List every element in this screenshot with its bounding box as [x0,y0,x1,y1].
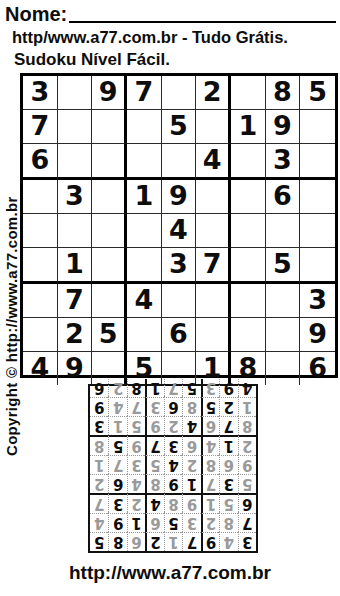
solution-cell: 2 [90,474,108,493]
solution-cell: 2 [238,435,256,455]
solution-cell: 2 [145,532,163,551]
solution-cell: 3 [127,455,145,474]
puzzle-cell: 3 [162,248,197,284]
copyright-vertical-text: Copyright © http://www.a77.com.br [3,196,20,456]
solution-cell: 2 [201,513,219,532]
puzzle-cell [92,144,127,180]
solution-cell: 3 [201,379,219,397]
solution-cell: 5 [164,513,182,532]
puzzle-grid: 39728575196433196413757432569495186 [20,73,338,378]
solution-cell: 7 [201,474,219,493]
puzzle-cell [92,214,127,248]
solution-cell: 4 [182,416,200,435]
solution-cell: 6 [182,435,200,455]
solution-cell: 7 [90,493,108,513]
solution-cell: 6 [164,397,182,416]
solution-cell: 6 [127,532,145,551]
solution-cell: 4 [108,397,126,416]
solution-cell: 3 [182,513,200,532]
solution-cell: 9 [145,416,163,435]
puzzle-cell: 7 [127,76,162,110]
solution-cell: 6 [145,513,163,532]
puzzle-cell [300,180,335,214]
solution-cell: 4 [201,435,219,455]
solution-cell: 5 [127,416,145,435]
page-header: Nome: http/www.a77.com.br - Tudo Grátis.… [0,0,340,70]
puzzle-cell: 9 [58,352,93,385]
puzzle-cell [196,318,231,352]
puzzle-cell [23,284,58,318]
puzzle-cell: 6 [300,352,335,385]
puzzle-cell [162,284,197,318]
solution-cell: 6 [219,455,237,474]
solution-cell: 6 [90,379,108,397]
puzzle-cell [231,214,266,248]
site-title: http/www.a77.com.br - Tudo Grátis. [12,28,336,47]
puzzle-cell: 4 [127,284,162,318]
puzzle-cell [300,144,335,180]
puzzle-cell: 3 [266,144,301,180]
solution-cell: 8 [108,532,126,551]
solution-cell: 8 [219,513,237,532]
solution-cell: 7 [127,397,145,416]
solution-cell: 8 [201,455,219,474]
puzzle-cell: 9 [266,110,301,144]
solution-cell: 9 [108,513,126,532]
puzzle-cell [300,214,335,248]
solution-cell: 9 [127,435,145,455]
solution-cell: 7 [108,455,126,474]
solution-cell: 9 [164,474,182,493]
puzzle-cell: 1 [127,180,162,214]
puzzle-cell [58,110,93,144]
puzzle-cell: 5 [92,318,127,352]
puzzle-cell [300,110,335,144]
puzzle-cell: 6 [162,318,197,352]
solution-cell: 1 [201,493,219,513]
puzzle-cell [231,76,266,110]
solution-cell: 9 [90,397,108,416]
puzzle-cell [162,76,197,110]
solution-cell: 3 [145,397,163,416]
solution-cell: 1 [127,513,145,532]
solution-cell: 1 [219,435,237,455]
puzzle-cell: 5 [300,76,335,110]
puzzle-cell [266,352,301,385]
puzzle-cell: 3 [300,284,335,318]
puzzle-cell [127,248,162,284]
puzzle-cell [23,318,58,352]
puzzle-cell [92,110,127,144]
puzzle-cell [58,76,93,110]
puzzle-cell [127,318,162,352]
puzzle-cell [58,214,93,248]
puzzle-cell: 7 [196,248,231,284]
solution-cell: 5 [201,397,219,416]
puzzle-cell [58,144,93,180]
puzzle-cell [300,248,335,284]
solution-cell: 9 [219,379,237,397]
sudoku-worksheet-page: { "game": "sudoku", "position": "3.97.2.… [0,0,340,596]
solution-cell: 1 [182,474,200,493]
puzzle-cell [231,318,266,352]
puzzle-cell [127,110,162,144]
solution-cell: 3 [164,435,182,455]
puzzle-cell: 1 [58,248,93,284]
solution-cell: 8 [238,416,256,435]
solution-cell: 4 [127,474,145,493]
solution-cell: 8 [127,379,145,397]
footer-url: http://www.a77.com.br [0,562,340,584]
puzzle-cell: 8 [266,76,301,110]
solution-cell: 1 [145,379,163,397]
puzzle-cell: 5 [266,248,301,284]
puzzle-cell: 1 [231,110,266,144]
solution-cell: 8 [164,493,182,513]
puzzle-cell [231,248,266,284]
solution-cell: 5 [145,455,163,474]
puzzle-cell [23,248,58,284]
solution-cell: 4 [219,532,237,551]
puzzle-cell: 6 [266,180,301,214]
puzzle-cell [266,318,301,352]
solution-cell: 4 [164,455,182,474]
solution-cell: 9 [182,493,200,513]
solution-cell: 4 [145,493,163,513]
puzzle-cell [266,214,301,248]
puzzle-cell: 4 [196,144,231,180]
puzzle-cell [127,214,162,248]
solution-cell: 6 [201,416,219,435]
puzzle-cell [196,284,231,318]
puzzle-cell [92,180,127,214]
solution-cell: 5 [219,493,237,513]
solution-cell: 5 [238,474,256,493]
solution-cell: 2 [182,455,200,474]
solution-cell: 4 [238,379,256,397]
puzzle-cell: 6 [23,144,58,180]
puzzle-cell [231,144,266,180]
solution-cell: 5 [108,435,126,455]
solution-cell: 4 [90,513,108,532]
solution-cell: 2 [127,493,145,513]
puzzle-cell: 7 [23,110,58,144]
puzzle-cell: 3 [58,180,93,214]
solution-cell: 7 [219,416,237,435]
solution-cell: 8 [90,435,108,455]
solution-cell: 2 [219,397,237,416]
puzzle-cell [266,284,301,318]
puzzle-cell: 2 [58,318,93,352]
puzzle-cell: 4 [23,352,58,385]
puzzle-cell: 5 [162,110,197,144]
puzzle-cell [196,180,231,214]
solution-cell: 6 [108,474,126,493]
puzzle-cell [231,180,266,214]
solution-cell: 8 [145,474,163,493]
solution-cell: 7 [182,532,200,551]
puzzle-cell [92,248,127,284]
puzzle-cell [127,144,162,180]
solution-cell: 9 [201,532,219,551]
solution-cell: 5 [90,532,108,551]
solution-cell: 6 [238,493,256,513]
puzzle-cell [196,214,231,248]
puzzle-cell: 9 [162,180,197,214]
solution-cell: 2 [108,379,126,397]
solution-cell: 1 [164,532,182,551]
puzzle-cell [231,284,266,318]
puzzle-cell [162,144,197,180]
puzzle-cell: 9 [92,76,127,110]
puzzle-cell: 9 [300,318,335,352]
solution-cell: 3 [219,474,237,493]
difficulty-title: Sudoku Nível Fácil. [14,50,336,70]
solution-cell: 9 [238,455,256,474]
puzzle-cell: 2 [196,76,231,110]
puzzle-cell [92,284,127,318]
solution-cell: 3 [108,493,126,513]
puzzle-cell: 4 [162,214,197,248]
name-fill-line [69,21,336,23]
solution-cell: 3 [238,532,256,551]
name-row: Nome: [5,3,336,25]
puzzle-cell [196,110,231,144]
solution-cell: 1 [108,416,126,435]
solution-cell: 7 [145,435,163,455]
solution-cell: 8 [182,397,200,416]
puzzle-cell [23,214,58,248]
puzzle-cell [23,180,58,214]
solution-cell: 1 [90,455,108,474]
puzzle-cell: 3 [23,76,58,110]
solution-cell: 3 [90,416,108,435]
solution-cell: 7 [164,379,182,397]
solution-cell: 5 [182,379,200,397]
name-label: Nome: [5,3,67,25]
solution-grid-upside-down: 3497126857823561946519842375371984629682… [88,384,258,553]
solution-cell: 2 [164,416,182,435]
puzzle-cell: 7 [58,284,93,318]
solution-cell: 1 [238,397,256,416]
solution-cell: 7 [238,513,256,532]
